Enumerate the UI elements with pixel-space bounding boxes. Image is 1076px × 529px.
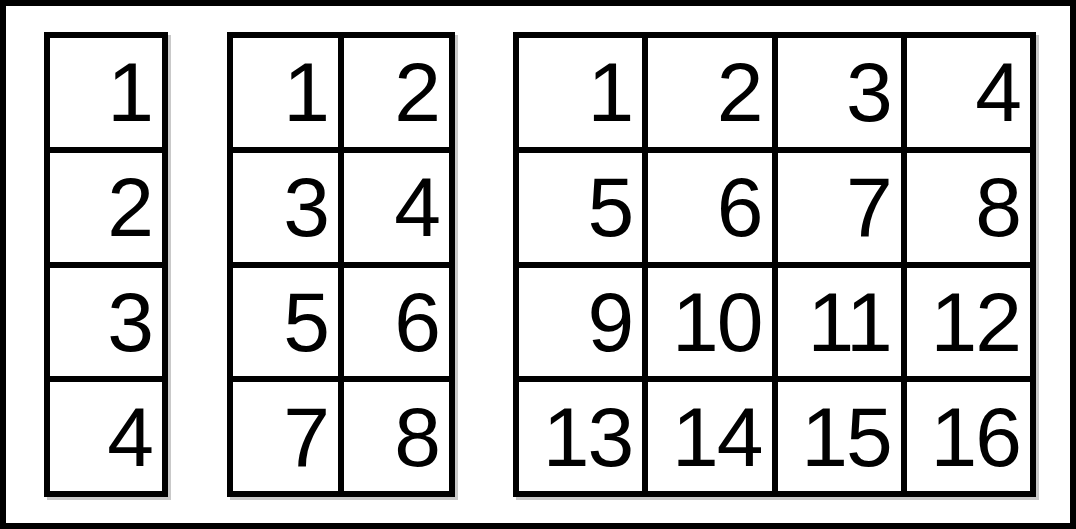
grid-4x1: 1234 bbox=[44, 32, 168, 497]
grid-4x4-cell-r4c3: 15 bbox=[778, 382, 901, 491]
grid-4x2: 12345678 bbox=[227, 32, 455, 497]
grid-4x4-cell-r3c3: 11 bbox=[778, 268, 901, 377]
grid-4x4-cell-r3c1: 9 bbox=[519, 268, 642, 377]
grid-4x4-cell-r2c1: 5 bbox=[519, 153, 642, 262]
grid-4x4-cell-r4c4: 16 bbox=[907, 382, 1030, 491]
grid-4x4-cell-r4c1: 13 bbox=[519, 382, 642, 491]
grid-4x2-cell-r2c1: 3 bbox=[233, 153, 338, 262]
grid-4x2-cell-r3c1: 5 bbox=[233, 268, 338, 377]
grid-4x4-cell-r1c2: 2 bbox=[648, 38, 771, 147]
grid-4x1-cell-r1c1: 1 bbox=[50, 38, 162, 147]
grid-4x2-cell-r3c2: 6 bbox=[344, 268, 449, 377]
grid-4x4: 12345678910111213141516 bbox=[513, 32, 1036, 497]
grid-4x1-cell-r3c1: 3 bbox=[50, 268, 162, 377]
grid-4x4-cell-r2c2: 6 bbox=[648, 153, 771, 262]
grid-4x1-cell-r4c1: 4 bbox=[50, 382, 162, 491]
grid-4x2-cell-r2c2: 4 bbox=[344, 153, 449, 262]
grid-4x4-cell-r2c4: 8 bbox=[907, 153, 1030, 262]
diagram-canvas: 1234 12345678 12345678910111213141516 bbox=[0, 0, 1076, 529]
grid-4x2-cell-r1c1: 1 bbox=[233, 38, 338, 147]
grid-4x4-cell-r1c1: 1 bbox=[519, 38, 642, 147]
grid-4x4-cell-r2c3: 7 bbox=[778, 153, 901, 262]
grid-4x4-cell-r4c2: 14 bbox=[648, 382, 771, 491]
grid-4x2-cell-r4c2: 8 bbox=[344, 382, 449, 491]
grid-4x4-cell-r1c4: 4 bbox=[907, 38, 1030, 147]
grid-4x4-cell-r1c3: 3 bbox=[778, 38, 901, 147]
grid-4x1-cell-r2c1: 2 bbox=[50, 153, 162, 262]
grid-4x2-cell-r1c2: 2 bbox=[344, 38, 449, 147]
grid-4x4-cell-r3c2: 10 bbox=[648, 268, 771, 377]
grid-4x4-cell-r3c4: 12 bbox=[907, 268, 1030, 377]
grid-4x2-cell-r4c1: 7 bbox=[233, 382, 338, 491]
